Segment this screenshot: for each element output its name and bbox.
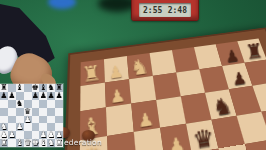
diagram-sq-f4: [39, 116, 47, 124]
diagram-sq-d1: ♛: [24, 139, 32, 147]
position-diagram-overlay: ♜♝♚♝♞♜♟♟♟♟♟♟♞♛♟♞♟♟♟♟♟♟♜♝♛♚♝♞♜: [0, 84, 63, 147]
diagram-sq-f7: ♟: [39, 92, 47, 100]
sq-c2: [106, 104, 134, 136]
diagram-sq-c3: ♟: [16, 123, 24, 131]
diagram-sq-b6: [8, 100, 16, 108]
diagram-sq-g4: [47, 116, 55, 124]
diagram-sq-c8: ♝: [16, 84, 24, 92]
diagram-piece-p-f7: ♟: [39, 92, 47, 100]
diagram-sq-g7: ♟: [47, 92, 55, 100]
caption-text: ederation: [64, 138, 102, 147]
diagram-sq-c6: ♞: [16, 100, 24, 108]
diagram-sq-a5: [0, 108, 8, 116]
diagram-sq-b2: ♟: [8, 131, 16, 139]
diagram-piece-B-c1: ♝: [16, 139, 24, 147]
diagram-sq-d8: [24, 84, 32, 92]
diagram-sq-e1: ♚: [32, 139, 40, 147]
sq-c3: ♟: [131, 100, 160, 131]
clock-display: 2:55 2:48: [139, 3, 191, 17]
diagram-sq-f5: [39, 108, 47, 116]
sq-b3: [129, 75, 156, 103]
diagram-piece-p-h7: ♟: [55, 92, 63, 100]
diagram-sq-b5: [8, 108, 16, 116]
piece-q-d5: ♛: [188, 124, 218, 150]
diagram-piece-b-c8: ♝: [16, 84, 24, 92]
chessboard-grid: ♜♟♞♟♜♟♟♝♟♞♝♛♟♛♚♟♚♝♟♟♝♞♟♟♞♜♟♟♜: [78, 38, 266, 150]
diagram-sq-g6: [47, 100, 55, 108]
diagram-sq-h6: [55, 100, 63, 108]
diagram-piece-p-b7: ♟: [8, 92, 16, 100]
diagram-sq-g5: [47, 108, 55, 116]
diagram-sq-h1: ♜: [55, 139, 63, 147]
diagram-sq-g1: ♞: [47, 139, 55, 147]
diagram-sq-f1: ♝: [39, 139, 47, 147]
diagram-sq-c1: ♝: [16, 139, 24, 147]
diagram-sq-h4: [55, 116, 63, 124]
diagram-sq-h7: ♟: [55, 92, 63, 100]
diagram-piece-R-a1: ♜: [0, 139, 8, 147]
piece-b-c8: ♝: [258, 85, 266, 112]
diagram-sq-e3: [32, 123, 40, 131]
diagram-piece-p-g7: ♟: [47, 92, 55, 100]
diagram-piece-R-h1: ♜: [55, 139, 63, 147]
diagram-piece-N-g1: ♞: [47, 139, 55, 147]
diagram-sq-e4: [32, 116, 40, 124]
diagram-piece-Q-d1: ♛: [24, 139, 32, 147]
diagram-piece-p-e7: ♟: [32, 92, 40, 100]
diagram-piece-B-f1: ♝: [39, 139, 47, 147]
sq-b6: [199, 66, 229, 93]
diagram-sq-e5: [32, 108, 40, 116]
chess-clock: 2:55 2:48: [131, 0, 199, 21]
diagram-sq-e6: [32, 100, 40, 108]
diagram-sq-b7: ♟: [8, 92, 16, 100]
left-player-time: 2:55: [143, 6, 162, 15]
blue-monitor-glow: [48, 0, 76, 9]
diagram-piece-n-c6: ♞: [16, 100, 24, 108]
diagram-sq-a1: ♜: [0, 139, 8, 147]
diagram-sq-h5: [55, 108, 63, 116]
piece-P-d4: ♟: [162, 133, 192, 150]
diagram-sq-d4: ♟: [24, 116, 32, 124]
diagram-piece-P-b2: ♟: [8, 131, 16, 139]
diagram-sq-f6: [39, 100, 47, 108]
diagram-sq-b4: [8, 116, 16, 124]
piece-p-a7: ♟: [220, 46, 245, 66]
diagram-sq-d7: [24, 92, 32, 100]
video-frame: 2:55 2:48 ♜♟♞♟♜♟♟♝♟♞♝♛♟♛♚♟♚♝♟♟♝♞♟♟♞♜♟♟♜ …: [0, 0, 266, 150]
diagram-piece-P-d4: ♟: [24, 116, 32, 124]
diagram-sq-d3: [24, 123, 32, 131]
diagram-piece-P-c3: ♟: [16, 123, 24, 131]
diagram-sq-a7: ♟: [0, 92, 8, 100]
diagram-sq-e7: ♟: [32, 92, 40, 100]
right-player-time: 2:48: [168, 6, 187, 15]
broadcast-caption: ederation: [64, 138, 102, 147]
diagram-piece-p-a7: ♟: [0, 92, 8, 100]
diagram-sq-c5: [16, 108, 24, 116]
piece-r-a8: ♜: [242, 39, 266, 63]
diagram-piece-K-e1: ♚: [32, 139, 40, 147]
sq-d5: ♛: [186, 119, 219, 150]
diagram-sq-a6: [0, 100, 8, 108]
sq-a5: [172, 47, 199, 72]
diagram-sq-b1: [8, 139, 16, 147]
sq-d2: [107, 131, 136, 150]
